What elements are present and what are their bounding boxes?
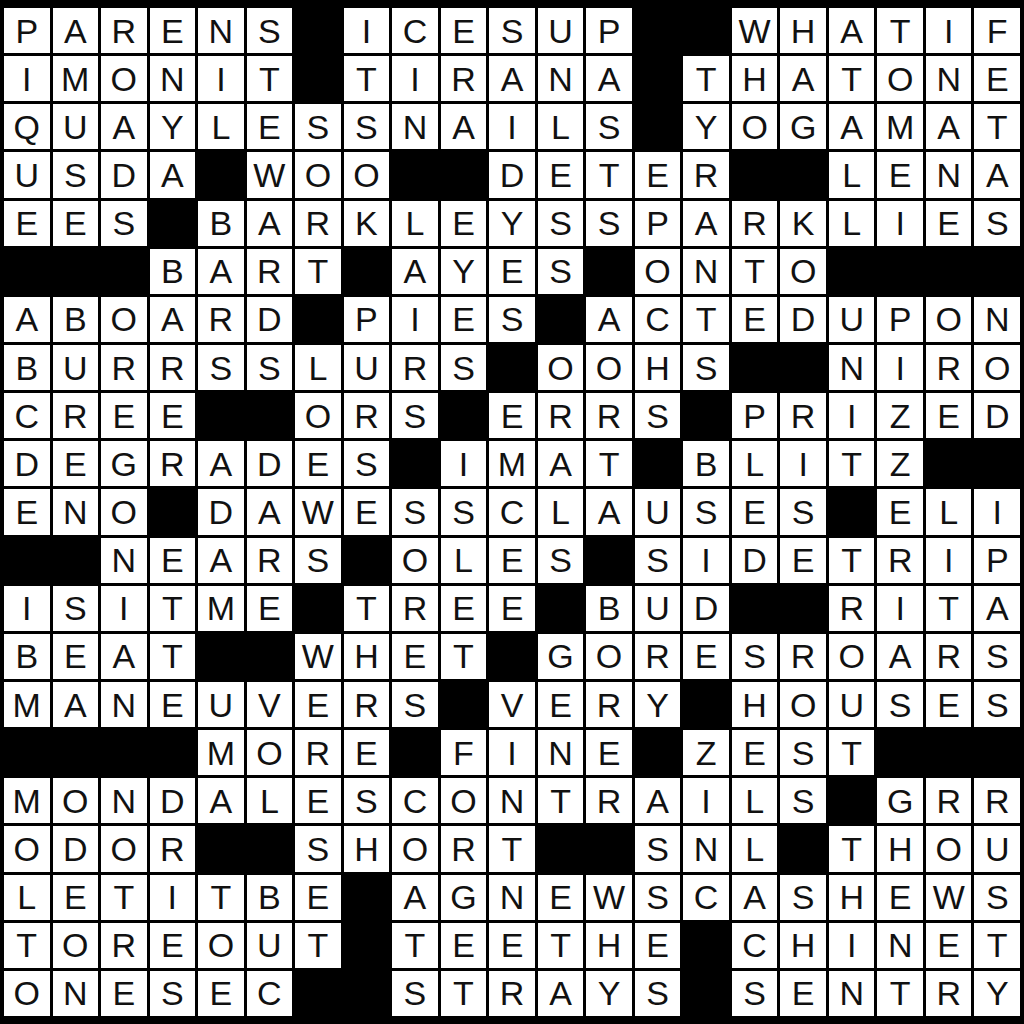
block-cell-r21c15: [683, 971, 729, 1016]
letter-cell-r16c13: E: [586, 730, 632, 775]
letter-cell-r3c5: L: [198, 104, 244, 149]
letter-cell-r18c1: O: [4, 826, 50, 871]
block-cell-r10c9: [392, 441, 438, 486]
letter-cell-r3c8: S: [344, 104, 390, 149]
letter-cell-r16c8: E: [344, 730, 390, 775]
letter-cell-r2c4: N: [150, 56, 196, 101]
letter-cell-r3c9: N: [392, 104, 438, 149]
block-cell-r18c17: [780, 826, 826, 871]
letter-cell-r17c4: D: [150, 778, 196, 823]
letter-cell-r21c4: S: [150, 971, 196, 1016]
letter-cell-r11c14: U: [635, 489, 681, 534]
letter-cell-r21c13: Y: [586, 971, 632, 1016]
letter-cell-r21c14: S: [635, 971, 681, 1016]
letter-cell-r1c1: P: [4, 8, 50, 53]
letter-cell-r13c1: I: [4, 586, 50, 631]
letter-cell-r6c6: R: [247, 249, 293, 294]
letter-cell-r3c17: G: [780, 104, 826, 149]
block-cell-r13c16: [732, 586, 778, 631]
letter-cell-r21c6: C: [247, 971, 293, 1016]
letter-cell-r5c3: S: [101, 201, 147, 246]
letter-cell-r19c9: A: [392, 875, 438, 920]
block-cell-r8c16: [732, 345, 778, 390]
letter-cell-r5c1: E: [4, 201, 50, 246]
letter-cell-r9c13: R: [586, 393, 632, 438]
letter-cell-r2c21: E: [974, 56, 1020, 101]
letter-cell-r20c4: E: [150, 923, 196, 968]
letter-cell-r11c5: D: [198, 489, 244, 534]
letter-cell-r4c20: N: [926, 152, 972, 197]
block-cell-r10c14: [635, 441, 681, 486]
block-cell-r18c5: [198, 826, 244, 871]
letter-cell-r11c13: A: [586, 489, 632, 534]
letter-cell-r2c3: O: [101, 56, 147, 101]
letter-cell-r14c21: S: [974, 634, 1020, 679]
letter-cell-r3c19: M: [877, 104, 923, 149]
letter-cell-r20c14: E: [635, 923, 681, 968]
letter-cell-r9c14: S: [635, 393, 681, 438]
letter-cell-r13c21: A: [974, 586, 1020, 631]
letter-cell-r5c2: E: [53, 201, 99, 246]
letter-cell-r16c10: F: [441, 730, 487, 775]
letter-cell-r3c16: O: [732, 104, 778, 149]
block-cell-r14c11: [489, 634, 535, 679]
letter-cell-r17c19: G: [877, 778, 923, 823]
letter-cell-r21c16: S: [732, 971, 778, 1016]
letter-cell-r16c16: E: [732, 730, 778, 775]
letter-cell-r17c8: S: [344, 778, 390, 823]
letter-cell-r1c3: R: [101, 8, 147, 53]
letter-cell-r12c10: L: [441, 538, 487, 583]
block-cell-r13c7: [295, 586, 341, 631]
letter-cell-r20c9: T: [392, 923, 438, 968]
letter-cell-r12c18: T: [829, 538, 875, 583]
letter-cell-r8c19: I: [877, 345, 923, 390]
letter-cell-r17c16: L: [732, 778, 778, 823]
letter-cell-r17c9: C: [392, 778, 438, 823]
letter-cell-r10c17: I: [780, 441, 826, 486]
block-cell-r7c12: [538, 297, 584, 342]
letter-cell-r11c21: I: [974, 489, 1020, 534]
letter-cell-r5c9: L: [392, 201, 438, 246]
letter-cell-r3c12: L: [538, 104, 584, 149]
letter-cell-r9c20: E: [926, 393, 972, 438]
letter-cell-r7c4: A: [150, 297, 196, 342]
block-cell-r6c1: [4, 249, 50, 294]
letter-cell-r7c19: P: [877, 297, 923, 342]
letter-cell-r15c1: M: [4, 682, 50, 727]
letter-cell-r14c10: T: [441, 634, 487, 679]
block-cell-r1c14: [635, 8, 681, 53]
block-cell-r21c8: [344, 971, 390, 1016]
letter-cell-r7c11: S: [489, 297, 535, 342]
letter-cell-r15c17: O: [780, 682, 826, 727]
letter-cell-r10c8: S: [344, 441, 390, 486]
letter-cell-r13c6: E: [247, 586, 293, 631]
letter-cell-r3c1: Q: [4, 104, 50, 149]
letter-cell-r18c2: D: [53, 826, 99, 871]
letter-cell-r10c18: T: [829, 441, 875, 486]
letter-cell-r13c10: E: [441, 586, 487, 631]
letter-cell-r14c4: T: [150, 634, 196, 679]
letter-cell-r15c16: H: [732, 682, 778, 727]
block-cell-r3c14: [635, 104, 681, 149]
letter-cell-r20c21: T: [974, 923, 1020, 968]
letter-cell-r16c7: R: [295, 730, 341, 775]
letter-cell-r10c10: I: [441, 441, 487, 486]
letter-cell-r18c19: H: [877, 826, 923, 871]
block-cell-r4c5: [198, 152, 244, 197]
letter-cell-r1c16: W: [732, 8, 778, 53]
letter-cell-r10c2: E: [53, 441, 99, 486]
letter-cell-r19c20: W: [926, 875, 972, 920]
letter-cell-r18c16: L: [732, 826, 778, 871]
letter-cell-r3c6: E: [247, 104, 293, 149]
letter-cell-r3c21: T: [974, 104, 1020, 149]
letter-cell-r5c17: K: [780, 201, 826, 246]
letter-cell-r6c9: A: [392, 249, 438, 294]
letter-cell-r5c11: Y: [489, 201, 535, 246]
letter-cell-r21c3: E: [101, 971, 147, 1016]
letter-cell-r8c13: O: [586, 345, 632, 390]
letter-cell-r7c17: D: [780, 297, 826, 342]
letter-cell-r8c15: S: [683, 345, 729, 390]
letter-cell-r1c6: S: [247, 8, 293, 53]
letter-cell-r14c18: O: [829, 634, 875, 679]
letter-cell-r8c20: R: [926, 345, 972, 390]
letter-cell-r4c12: E: [538, 152, 584, 197]
letter-cell-r20c13: H: [586, 923, 632, 968]
letter-cell-r21c1: O: [4, 971, 50, 1016]
letter-cell-r5c12: S: [538, 201, 584, 246]
letter-cell-r7c21: N: [974, 297, 1020, 342]
letter-cell-r19c10: G: [441, 875, 487, 920]
letter-cell-r8c9: R: [392, 345, 438, 390]
letter-cell-r17c7: E: [295, 778, 341, 823]
letter-cell-r19c12: E: [538, 875, 584, 920]
letter-cell-r20c12: T: [538, 923, 584, 968]
letter-cell-r13c5: M: [198, 586, 244, 631]
block-cell-r16c9: [392, 730, 438, 775]
letter-cell-r18c8: H: [344, 826, 390, 871]
letter-cell-r13c15: D: [683, 586, 729, 631]
block-cell-r20c8: [344, 923, 390, 968]
letter-cell-r12c19: R: [877, 538, 923, 583]
letter-cell-r2c9: I: [392, 56, 438, 101]
letter-cell-r5c14: P: [635, 201, 681, 246]
letter-cell-r21c17: E: [780, 971, 826, 1016]
block-cell-r6c13: [586, 249, 632, 294]
letter-cell-r7c6: D: [247, 297, 293, 342]
letter-cell-r16c17: S: [780, 730, 826, 775]
letter-cell-r10c13: T: [586, 441, 632, 486]
letter-cell-r4c6: W: [247, 152, 293, 197]
letter-cell-r6c10: Y: [441, 249, 487, 294]
block-cell-r18c13: [586, 826, 632, 871]
block-cell-r4c10: [441, 152, 487, 197]
letter-cell-r5c10: E: [441, 201, 487, 246]
letter-cell-r3c7: S: [295, 104, 341, 149]
letter-cell-r12c21: P: [974, 538, 1020, 583]
letter-cell-r1c8: I: [344, 8, 390, 53]
letter-cell-r15c8: R: [344, 682, 390, 727]
letter-cell-r17c10: O: [441, 778, 487, 823]
letter-cell-r14c17: R: [780, 634, 826, 679]
block-cell-r12c2: [53, 538, 99, 583]
letter-cell-r9c12: R: [538, 393, 584, 438]
letter-cell-r16c5: M: [198, 730, 244, 775]
letter-cell-r9c9: S: [392, 393, 438, 438]
block-cell-r14c6: [247, 634, 293, 679]
block-cell-r6c20: [926, 249, 972, 294]
letter-cell-r12c6: R: [247, 538, 293, 583]
letter-cell-r13c3: I: [101, 586, 147, 631]
letter-cell-r11c12: L: [538, 489, 584, 534]
letter-cell-r3c15: Y: [683, 104, 729, 149]
letter-cell-r5c5: B: [198, 201, 244, 246]
letter-cell-r11c11: C: [489, 489, 535, 534]
letter-cell-r16c12: N: [538, 730, 584, 775]
letter-cell-r13c11: E: [489, 586, 535, 631]
letter-cell-r20c19: N: [877, 923, 923, 968]
letter-cell-r18c3: O: [101, 826, 147, 871]
letter-cell-r13c13: B: [586, 586, 632, 631]
letter-cell-r13c9: R: [392, 586, 438, 631]
letter-cell-r15c18: U: [829, 682, 875, 727]
letter-cell-r8c10: S: [441, 345, 487, 390]
letter-cell-r9c8: R: [344, 393, 390, 438]
letter-cell-r15c3: N: [101, 682, 147, 727]
letter-cell-r17c3: N: [101, 778, 147, 823]
letter-cell-r1c11: S: [489, 8, 535, 53]
letter-cell-r19c7: E: [295, 875, 341, 920]
block-cell-r18c6: [247, 826, 293, 871]
letter-cell-r4c2: S: [53, 152, 99, 197]
letter-cell-r1c4: E: [150, 8, 196, 53]
letter-cell-r11c10: S: [441, 489, 487, 534]
letter-cell-r15c7: E: [295, 682, 341, 727]
block-cell-r13c12: [538, 586, 584, 631]
letter-cell-r20c20: E: [926, 923, 972, 968]
letter-cell-r13c8: T: [344, 586, 390, 631]
letter-cell-r14c2: E: [53, 634, 99, 679]
letter-cell-r21c21: Y: [974, 971, 1020, 1016]
letter-cell-r20c3: R: [101, 923, 147, 968]
letter-cell-r9c21: D: [974, 393, 1020, 438]
block-cell-r6c18: [829, 249, 875, 294]
letter-cell-r14c14: R: [635, 634, 681, 679]
letter-cell-r2c11: A: [489, 56, 535, 101]
letter-cell-r9c1: C: [4, 393, 50, 438]
block-cell-r12c1: [4, 538, 50, 583]
letter-cell-r3c2: U: [53, 104, 99, 149]
block-cell-r9c15: [683, 393, 729, 438]
letter-cell-r6c12: S: [538, 249, 584, 294]
letter-cell-r5c8: K: [344, 201, 390, 246]
letter-cell-r9c19: Z: [877, 393, 923, 438]
block-cell-r6c2: [53, 249, 99, 294]
letter-cell-r21c5: E: [198, 971, 244, 1016]
letter-cell-r12c15: I: [683, 538, 729, 583]
letter-cell-r6c16: T: [732, 249, 778, 294]
letter-cell-r7c14: C: [635, 297, 681, 342]
block-cell-r2c7: [295, 56, 341, 101]
letter-cell-r16c18: T: [829, 730, 875, 775]
letter-cell-r8c7: L: [295, 345, 341, 390]
letter-cell-r19c14: S: [635, 875, 681, 920]
letter-cell-r20c18: I: [829, 923, 875, 968]
letter-cell-r4c15: R: [683, 152, 729, 197]
block-cell-r17c18: [829, 778, 875, 823]
letter-cell-r5c15: A: [683, 201, 729, 246]
letter-cell-r7c8: P: [344, 297, 390, 342]
letter-cell-r9c16: P: [732, 393, 778, 438]
letter-cell-r7c5: R: [198, 297, 244, 342]
letter-cell-r20c2: O: [53, 923, 99, 968]
letter-cell-r18c20: O: [926, 826, 972, 871]
letter-cell-r11c3: O: [101, 489, 147, 534]
letter-cell-r5c18: L: [829, 201, 875, 246]
letter-cell-r11c8: E: [344, 489, 390, 534]
letter-cell-r21c11: R: [489, 971, 535, 1016]
letter-cell-r10c7: E: [295, 441, 341, 486]
letter-cell-r10c1: D: [4, 441, 50, 486]
letter-cell-r1c13: P: [586, 8, 632, 53]
letter-cell-r15c2: A: [53, 682, 99, 727]
letter-cell-r9c11: E: [489, 393, 535, 438]
letter-cell-r8c4: R: [150, 345, 196, 390]
letter-cell-r2c5: I: [198, 56, 244, 101]
letter-cell-r15c6: V: [247, 682, 293, 727]
letter-cell-r2c20: N: [926, 56, 972, 101]
letter-cell-r12c5: A: [198, 538, 244, 583]
letter-cell-r4c19: E: [877, 152, 923, 197]
letter-cell-r12c20: I: [926, 538, 972, 583]
letter-cell-r13c19: I: [877, 586, 923, 631]
letter-cell-r11c1: E: [4, 489, 50, 534]
letter-cell-r16c6: O: [247, 730, 293, 775]
letter-cell-r4c21: A: [974, 152, 1020, 197]
letter-cell-r2c12: N: [538, 56, 584, 101]
letter-cell-r12c9: O: [392, 538, 438, 583]
block-cell-r11c4: [150, 489, 196, 534]
letter-cell-r9c17: R: [780, 393, 826, 438]
letter-cell-r10c5: A: [198, 441, 244, 486]
letter-cell-r2c19: O: [877, 56, 923, 101]
block-cell-r6c19: [877, 249, 923, 294]
letter-cell-r13c4: T: [150, 586, 196, 631]
letter-cell-r21c2: N: [53, 971, 99, 1016]
letter-cell-r10c4: R: [150, 441, 196, 486]
letter-cell-r3c3: A: [101, 104, 147, 149]
letter-cell-r3c11: I: [489, 104, 535, 149]
letter-cell-r15c5: U: [198, 682, 244, 727]
letter-cell-r15c11: V: [489, 682, 535, 727]
letter-cell-r5c19: I: [877, 201, 923, 246]
block-cell-r1c7: [295, 8, 341, 53]
block-cell-r18c12: [538, 826, 584, 871]
letter-cell-r13c2: S: [53, 586, 99, 631]
block-cell-r16c3: [101, 730, 147, 775]
letter-cell-r3c18: A: [829, 104, 875, 149]
letter-cell-r19c21: S: [974, 875, 1020, 920]
letter-cell-r19c1: L: [4, 875, 50, 920]
letter-cell-r14c9: E: [392, 634, 438, 679]
letter-cell-r11c16: E: [732, 489, 778, 534]
letter-cell-r15c19: S: [877, 682, 923, 727]
letter-cell-r7c16: E: [732, 297, 778, 342]
letter-cell-r10c3: G: [101, 441, 147, 486]
letter-cell-r18c7: S: [295, 826, 341, 871]
letter-cell-r19c19: E: [877, 875, 923, 920]
crossword-grid: PARENSICESUPWHATIFIMONITTIRANATHATONEQUA…: [0, 0, 1024, 1024]
letter-cell-r2c1: I: [4, 56, 50, 101]
block-cell-r10c21: [974, 441, 1020, 486]
letter-cell-r17c15: I: [683, 778, 729, 823]
letter-cell-r19c13: W: [586, 875, 632, 920]
letter-cell-r20c16: C: [732, 923, 778, 968]
letter-cell-r10c19: Z: [877, 441, 923, 486]
letter-cell-r7c2: B: [53, 297, 99, 342]
letter-cell-r2c10: R: [441, 56, 487, 101]
letter-cell-r8c14: H: [635, 345, 681, 390]
letter-cell-r9c3: E: [101, 393, 147, 438]
letter-cell-r4c1: U: [4, 152, 50, 197]
letter-cell-r14c13: O: [586, 634, 632, 679]
letter-cell-r7c10: E: [441, 297, 487, 342]
letter-cell-r21c18: N: [829, 971, 875, 1016]
block-cell-r9c6: [247, 393, 293, 438]
block-cell-r5c4: [150, 201, 196, 246]
block-cell-r16c14: [635, 730, 681, 775]
letter-cell-r1c19: T: [877, 8, 923, 53]
letter-cell-r2c8: T: [344, 56, 390, 101]
letter-cell-r18c14: S: [635, 826, 681, 871]
letter-cell-r13c18: R: [829, 586, 875, 631]
letter-cell-r4c18: L: [829, 152, 875, 197]
letter-cell-r11c17: S: [780, 489, 826, 534]
letter-cell-r12c3: N: [101, 538, 147, 583]
letter-cell-r8c21: O: [974, 345, 1020, 390]
block-cell-r16c19: [877, 730, 923, 775]
letter-cell-r19c16: A: [732, 875, 778, 920]
letter-cell-r15c4: E: [150, 682, 196, 727]
block-cell-r12c8: [344, 538, 390, 583]
letter-cell-r8c6: S: [247, 345, 293, 390]
letter-cell-r20c10: E: [441, 923, 487, 968]
letter-cell-r1c20: I: [926, 8, 972, 53]
letter-cell-r17c20: R: [926, 778, 972, 823]
letter-cell-r11c6: A: [247, 489, 293, 534]
letter-cell-r10c6: D: [247, 441, 293, 486]
letter-cell-r6c5: A: [198, 249, 244, 294]
letter-cell-r3c20: A: [926, 104, 972, 149]
letter-cell-r11c15: S: [683, 489, 729, 534]
letter-cell-r2c13: A: [586, 56, 632, 101]
letter-cell-r12c17: E: [780, 538, 826, 583]
letter-cell-r7c3: O: [101, 297, 147, 342]
letter-cell-r1c12: U: [538, 8, 584, 53]
letter-cell-r5c20: E: [926, 201, 972, 246]
letter-cell-r15c9: S: [392, 682, 438, 727]
letter-cell-r7c1: A: [4, 297, 50, 342]
letter-cell-r21c19: T: [877, 971, 923, 1016]
letter-cell-r1c5: N: [198, 8, 244, 53]
letter-cell-r14c16: S: [732, 634, 778, 679]
letter-cell-r5c6: A: [247, 201, 293, 246]
letter-cell-r1c17: H: [780, 8, 826, 53]
letter-cell-r2c16: H: [732, 56, 778, 101]
